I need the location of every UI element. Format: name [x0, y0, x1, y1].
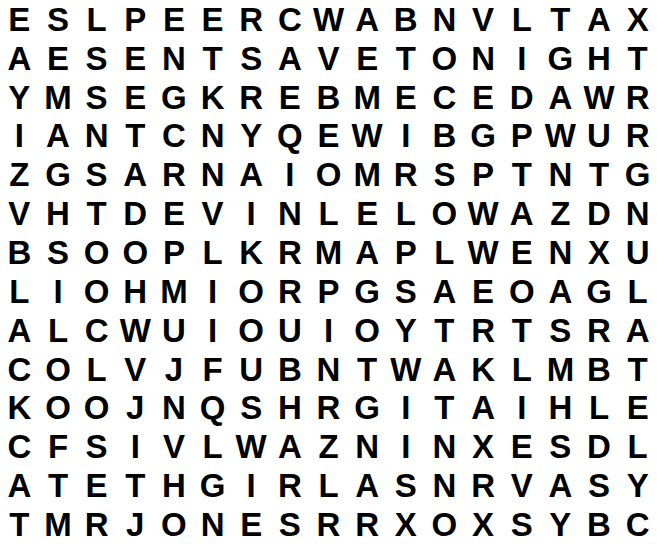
- grid-cell[interactable]: N: [425, 466, 464, 505]
- grid-cell[interactable]: D: [502, 78, 541, 117]
- grid-cell[interactable]: C: [618, 505, 657, 544]
- grid-cell[interactable]: O: [39, 350, 78, 389]
- grid-cell[interactable]: V: [502, 466, 541, 505]
- grid-cell[interactable]: L: [309, 194, 348, 233]
- grid-cell[interactable]: I: [193, 311, 232, 350]
- grid-cell[interactable]: E: [232, 505, 271, 544]
- grid-cell[interactable]: C: [271, 0, 310, 39]
- grid-cell[interactable]: L: [309, 466, 348, 505]
- grid-cell[interactable]: G: [618, 155, 657, 194]
- grid-cell[interactable]: I: [502, 39, 541, 78]
- grid-cell[interactable]: N: [193, 155, 232, 194]
- grid-cell[interactable]: P: [155, 233, 194, 272]
- grid-cell[interactable]: E: [502, 233, 541, 272]
- grid-cell[interactable]: J: [155, 350, 194, 389]
- grid-cell[interactable]: M: [541, 350, 580, 389]
- grid-cell[interactable]: B: [580, 350, 619, 389]
- grid-cell[interactable]: L: [502, 350, 541, 389]
- grid-cell[interactable]: S: [77, 155, 116, 194]
- grid-cell[interactable]: I: [271, 155, 310, 194]
- grid-cell[interactable]: T: [618, 39, 657, 78]
- grid-cell[interactable]: T: [502, 311, 541, 350]
- grid-cell[interactable]: S: [232, 389, 271, 428]
- grid-cell[interactable]: L: [39, 311, 78, 350]
- grid-cell[interactable]: W: [116, 311, 155, 350]
- grid-cell[interactable]: N: [193, 117, 232, 156]
- grid-cell[interactable]: P: [386, 233, 425, 272]
- grid-cell[interactable]: N: [541, 233, 580, 272]
- grid-cell[interactable]: L: [580, 389, 619, 428]
- grid-cell[interactable]: Y: [232, 117, 271, 156]
- grid-cell[interactable]: T: [541, 0, 580, 39]
- grid-cell[interactable]: N: [155, 39, 194, 78]
- grid-cell[interactable]: W: [386, 350, 425, 389]
- grid-cell[interactable]: A: [541, 272, 580, 311]
- grid-cell[interactable]: S: [77, 427, 116, 466]
- grid-cell[interactable]: I: [386, 389, 425, 428]
- grid-cell[interactable]: A: [0, 311, 39, 350]
- grid-cell[interactable]: T: [580, 155, 619, 194]
- grid-cell[interactable]: A: [232, 155, 271, 194]
- grid-cell[interactable]: Y: [618, 466, 657, 505]
- grid-cell[interactable]: A: [425, 272, 464, 311]
- grid-cell[interactable]: O: [232, 311, 271, 350]
- grid-cell[interactable]: N: [425, 0, 464, 39]
- grid-cell[interactable]: T: [502, 155, 541, 194]
- grid-cell[interactable]: X: [464, 505, 503, 544]
- grid-cell[interactable]: I: [232, 194, 271, 233]
- grid-cell[interactable]: T: [348, 350, 387, 389]
- grid-cell[interactable]: R: [348, 505, 387, 544]
- grid-cell[interactable]: S: [502, 505, 541, 544]
- grid-cell[interactable]: P: [502, 117, 541, 156]
- grid-cell[interactable]: E: [502, 427, 541, 466]
- grid-cell[interactable]: I: [309, 311, 348, 350]
- grid-cell[interactable]: T: [77, 194, 116, 233]
- grid-cell[interactable]: C: [77, 311, 116, 350]
- grid-cell[interactable]: I: [39, 272, 78, 311]
- grid-cell[interactable]: M: [155, 272, 194, 311]
- grid-cell[interactable]: W: [464, 194, 503, 233]
- grid-cell[interactable]: Y: [0, 78, 39, 117]
- grid-cell[interactable]: H: [39, 194, 78, 233]
- grid-cell[interactable]: Q: [193, 389, 232, 428]
- grid-cell[interactable]: W: [232, 427, 271, 466]
- grid-cell[interactable]: S: [580, 466, 619, 505]
- grid-cell[interactable]: S: [425, 155, 464, 194]
- grid-cell[interactable]: S: [39, 0, 78, 39]
- grid-cell[interactable]: R: [618, 117, 657, 156]
- grid-cell[interactable]: T: [425, 311, 464, 350]
- grid-cell[interactable]: D: [580, 427, 619, 466]
- grid-cell[interactable]: V: [464, 0, 503, 39]
- grid-cell[interactable]: O: [502, 272, 541, 311]
- grid-cell[interactable]: G: [348, 389, 387, 428]
- grid-cell[interactable]: P: [309, 272, 348, 311]
- grid-cell[interactable]: C: [0, 427, 39, 466]
- grid-cell[interactable]: N: [77, 117, 116, 156]
- grid-cell[interactable]: N: [425, 427, 464, 466]
- grid-cell[interactable]: N: [193, 505, 232, 544]
- grid-cell[interactable]: L: [77, 0, 116, 39]
- grid-cell[interactable]: L: [0, 272, 39, 311]
- grid-cell[interactable]: A: [425, 350, 464, 389]
- grid-cell[interactable]: S: [541, 427, 580, 466]
- grid-cell[interactable]: M: [309, 233, 348, 272]
- grid-cell[interactable]: E: [193, 0, 232, 39]
- grid-cell[interactable]: R: [464, 466, 503, 505]
- grid-cell[interactable]: E: [348, 194, 387, 233]
- grid-cell[interactable]: A: [271, 427, 310, 466]
- grid-cell[interactable]: T: [386, 39, 425, 78]
- grid-cell[interactable]: S: [271, 505, 310, 544]
- word-search-page: ESLPEERCWABNVLTAXAESENTSAVETONIGHTYMSEGK…: [0, 0, 657, 544]
- grid-cell[interactable]: E: [155, 0, 194, 39]
- grid-cell[interactable]: S: [77, 78, 116, 117]
- grid-cell[interactable]: M: [348, 78, 387, 117]
- grid-cell[interactable]: H: [271, 389, 310, 428]
- grid-cell[interactable]: V: [116, 350, 155, 389]
- grid-cell[interactable]: L: [193, 427, 232, 466]
- grid-cell[interactable]: P: [116, 0, 155, 39]
- grid-cell[interactable]: T: [425, 389, 464, 428]
- grid-cell[interactable]: L: [386, 194, 425, 233]
- grid-cell[interactable]: R: [309, 389, 348, 428]
- grid-cell[interactable]: O: [348, 311, 387, 350]
- grid-cell[interactable]: A: [271, 39, 310, 78]
- grid-cell[interactable]: N: [464, 39, 503, 78]
- grid-cell[interactable]: T: [618, 350, 657, 389]
- grid-cell[interactable]: O: [425, 505, 464, 544]
- grid-cell[interactable]: U: [271, 311, 310, 350]
- grid-cell[interactable]: O: [309, 155, 348, 194]
- grid-cell[interactable]: J: [116, 389, 155, 428]
- grid-cell[interactable]: L: [618, 272, 657, 311]
- grid-cell[interactable]: H: [580, 39, 619, 78]
- grid-cell[interactable]: Y: [541, 505, 580, 544]
- grid-cell[interactable]: G: [541, 39, 580, 78]
- grid-cell[interactable]: K: [232, 233, 271, 272]
- grid-cell[interactable]: B: [386, 0, 425, 39]
- grid-cell[interactable]: R: [232, 78, 271, 117]
- grid-cell[interactable]: I: [502, 389, 541, 428]
- grid-cell[interactable]: G: [39, 155, 78, 194]
- grid-cell[interactable]: A: [541, 78, 580, 117]
- word-search-grid: ESLPEERCWABNVLTAXAESENTSAVETONIGHTYMSEGK…: [0, 0, 657, 544]
- grid-cell[interactable]: R: [271, 466, 310, 505]
- grid-cell[interactable]: T: [116, 117, 155, 156]
- grid-cell[interactable]: G: [348, 272, 387, 311]
- grid-cell[interactable]: N: [348, 427, 387, 466]
- grid-cell[interactable]: A: [541, 466, 580, 505]
- grid-cell[interactable]: R: [618, 78, 657, 117]
- grid-cell[interactable]: E: [116, 78, 155, 117]
- grid-cell[interactable]: W: [541, 117, 580, 156]
- grid-cell[interactable]: E: [77, 466, 116, 505]
- grid-cell[interactable]: W: [309, 0, 348, 39]
- grid-cell[interactable]: C: [155, 117, 194, 156]
- grid-cell[interactable]: N: [541, 155, 580, 194]
- grid-cell[interactable]: P: [464, 155, 503, 194]
- grid-cell[interactable]: I: [386, 117, 425, 156]
- grid-cell[interactable]: G: [155, 78, 194, 117]
- grid-cell[interactable]: C: [425, 78, 464, 117]
- grid-cell[interactable]: O: [232, 272, 271, 311]
- grid-cell[interactable]: R: [271, 272, 310, 311]
- grid-cell[interactable]: O: [116, 233, 155, 272]
- grid-cell[interactable]: X: [464, 427, 503, 466]
- grid-cell[interactable]: U: [618, 233, 657, 272]
- grid-cell[interactable]: L: [425, 233, 464, 272]
- grid-cell[interactable]: O: [39, 389, 78, 428]
- grid-cell[interactable]: E: [309, 117, 348, 156]
- grid-cell[interactable]: H: [155, 466, 194, 505]
- grid-cell[interactable]: A: [116, 155, 155, 194]
- grid-cell[interactable]: N: [155, 389, 194, 428]
- grid-cell[interactable]: E: [348, 39, 387, 78]
- grid-cell[interactable]: X: [580, 233, 619, 272]
- grid-cell[interactable]: R: [309, 505, 348, 544]
- grid-cell[interactable]: S: [232, 39, 271, 78]
- grid-cell[interactable]: E: [39, 39, 78, 78]
- grid-cell[interactable]: U: [232, 350, 271, 389]
- grid-cell[interactable]: X: [618, 0, 657, 39]
- grid-cell[interactable]: R: [155, 155, 194, 194]
- grid-cell[interactable]: D: [580, 194, 619, 233]
- grid-cell[interactable]: W: [580, 78, 619, 117]
- grid-cell[interactable]: R: [271, 233, 310, 272]
- grid-cell[interactable]: A: [464, 389, 503, 428]
- grid-cell[interactable]: G: [580, 272, 619, 311]
- grid-cell[interactable]: W: [348, 117, 387, 156]
- grid-cell[interactable]: B: [0, 233, 39, 272]
- grid-cell[interactable]: A: [0, 39, 39, 78]
- grid-cell[interactable]: U: [155, 311, 194, 350]
- grid-cell[interactable]: R: [386, 155, 425, 194]
- grid-cell[interactable]: B: [309, 78, 348, 117]
- grid-cell[interactable]: V: [0, 194, 39, 233]
- grid-cell[interactable]: M: [39, 78, 78, 117]
- grid-cell[interactable]: L: [193, 233, 232, 272]
- grid-cell[interactable]: L: [77, 350, 116, 389]
- grid-cell[interactable]: O: [155, 505, 194, 544]
- grid-cell[interactable]: A: [580, 0, 619, 39]
- grid-cell[interactable]: B: [580, 505, 619, 544]
- grid-cell[interactable]: O: [77, 272, 116, 311]
- grid-cell[interactable]: S: [77, 39, 116, 78]
- grid-cell[interactable]: M: [348, 155, 387, 194]
- grid-cell[interactable]: T: [39, 466, 78, 505]
- grid-cell[interactable]: L: [502, 0, 541, 39]
- grid-cell[interactable]: T: [193, 39, 232, 78]
- grid-cell[interactable]: N: [271, 194, 310, 233]
- grid-cell[interactable]: B: [271, 350, 310, 389]
- grid-cell[interactable]: A: [0, 466, 39, 505]
- grid-cell[interactable]: O: [425, 194, 464, 233]
- grid-cell[interactable]: E: [464, 272, 503, 311]
- grid-cell[interactable]: R: [464, 311, 503, 350]
- grid-cell[interactable]: X: [386, 505, 425, 544]
- grid-cell[interactable]: E: [155, 194, 194, 233]
- grid-cell[interactable]: I: [0, 117, 39, 156]
- grid-cell[interactable]: E: [271, 78, 310, 117]
- grid-cell[interactable]: R: [580, 311, 619, 350]
- grid-cell[interactable]: B: [425, 117, 464, 156]
- grid-cell[interactable]: U: [580, 117, 619, 156]
- grid-cell[interactable]: G: [464, 117, 503, 156]
- grid-cell[interactable]: A: [348, 466, 387, 505]
- grid-cell[interactable]: O: [77, 233, 116, 272]
- grid-cell[interactable]: K: [193, 78, 232, 117]
- grid-cell[interactable]: I: [116, 427, 155, 466]
- grid-cell[interactable]: M: [39, 505, 78, 544]
- grid-cell[interactable]: A: [348, 0, 387, 39]
- grid-cell[interactable]: E: [116, 39, 155, 78]
- grid-cell[interactable]: A: [618, 311, 657, 350]
- grid-cell[interactable]: A: [39, 117, 78, 156]
- grid-cell[interactable]: T: [0, 505, 39, 544]
- grid-cell[interactable]: K: [464, 350, 503, 389]
- grid-cell[interactable]: Z: [309, 427, 348, 466]
- grid-cell[interactable]: W: [464, 233, 503, 272]
- grid-cell[interactable]: H: [541, 389, 580, 428]
- grid-cell[interactable]: L: [618, 427, 657, 466]
- grid-cell[interactable]: H: [116, 272, 155, 311]
- grid-cell[interactable]: Z: [541, 194, 580, 233]
- grid-cell[interactable]: S: [39, 233, 78, 272]
- grid-cell[interactable]: I: [232, 466, 271, 505]
- grid-cell[interactable]: R: [232, 0, 271, 39]
- grid-cell[interactable]: E: [464, 78, 503, 117]
- grid-cell[interactable]: O: [77, 389, 116, 428]
- grid-cell[interactable]: S: [541, 311, 580, 350]
- grid-cell[interactable]: T: [116, 466, 155, 505]
- grid-cell[interactable]: Q: [271, 117, 310, 156]
- grid-cell[interactable]: D: [116, 194, 155, 233]
- grid-cell[interactable]: E: [0, 0, 39, 39]
- grid-cell[interactable]: O: [425, 39, 464, 78]
- grid-cell[interactable]: V: [193, 194, 232, 233]
- grid-cell[interactable]: C: [0, 350, 39, 389]
- grid-cell[interactable]: Y: [386, 311, 425, 350]
- grid-cell[interactable]: S: [386, 466, 425, 505]
- grid-cell[interactable]: E: [386, 78, 425, 117]
- grid-cell[interactable]: S: [386, 272, 425, 311]
- grid-cell[interactable]: A: [502, 194, 541, 233]
- grid-cell[interactable]: F: [193, 350, 232, 389]
- grid-cell[interactable]: R: [77, 505, 116, 544]
- grid-cell[interactable]: K: [0, 389, 39, 428]
- grid-cell[interactable]: F: [39, 427, 78, 466]
- grid-cell[interactable]: V: [309, 39, 348, 78]
- grid-cell[interactable]: E: [618, 389, 657, 428]
- grid-cell[interactable]: N: [309, 350, 348, 389]
- grid-cell[interactable]: I: [193, 272, 232, 311]
- grid-cell[interactable]: N: [618, 194, 657, 233]
- grid-cell[interactable]: G: [193, 466, 232, 505]
- grid-cell[interactable]: V: [155, 427, 194, 466]
- grid-cell[interactable]: I: [386, 427, 425, 466]
- grid-cell[interactable]: A: [348, 233, 387, 272]
- grid-cell[interactable]: J: [116, 505, 155, 544]
- grid-cell[interactable]: Z: [0, 155, 39, 194]
